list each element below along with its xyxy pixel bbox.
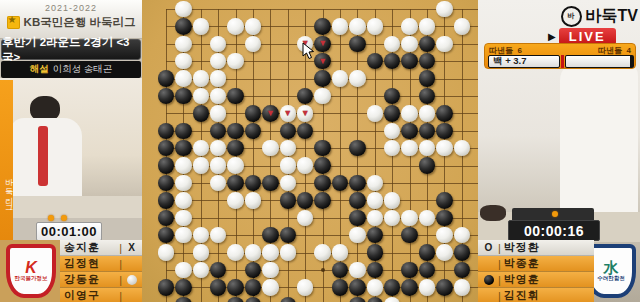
score-panel: 따낸돌 6 따낸돌 4 백 + 3.7 bbox=[484, 43, 636, 69]
left-video-feed bbox=[0, 78, 142, 218]
white-stone bbox=[419, 18, 436, 35]
black-stone-marked: ▼ bbox=[314, 36, 331, 53]
black-stone bbox=[227, 279, 244, 296]
white-stone-marked: ▼ bbox=[280, 105, 297, 122]
player-name: 박정환 bbox=[504, 240, 590, 255]
white-stone bbox=[175, 70, 192, 87]
white-stone bbox=[314, 88, 331, 105]
left-team-initial: K bbox=[25, 261, 37, 275]
white-stone bbox=[419, 279, 436, 296]
byoyomi-dot bbox=[61, 215, 67, 221]
league-logo-block: 2021-2022 KB국민은행 바둑리그 bbox=[0, 0, 142, 39]
black-stone bbox=[175, 18, 192, 35]
byoyomi-dot bbox=[552, 211, 558, 217]
black-stone bbox=[314, 157, 331, 174]
go-board[interactable]: ▼▼▼▼▼▼ bbox=[142, 0, 478, 302]
black-stone bbox=[314, 192, 331, 209]
live-arrow-icon: ▶ bbox=[548, 31, 556, 42]
white-stone bbox=[193, 157, 210, 174]
black-stone-marked: ▼ bbox=[262, 105, 279, 122]
black-stone bbox=[193, 105, 210, 122]
black-stone bbox=[349, 210, 366, 227]
left-clock: 00:01:00 bbox=[36, 222, 102, 241]
left-column: 2021-2022 KB국민은행 바둑리그 후반기 2라운드 2경기 <3국> … bbox=[0, 0, 142, 302]
black-stone bbox=[436, 210, 453, 227]
white-stone bbox=[175, 227, 192, 244]
player-name: 송지훈 bbox=[64, 240, 116, 255]
black-stone bbox=[280, 123, 297, 140]
result-mark: X bbox=[125, 242, 138, 253]
black-stone bbox=[227, 123, 244, 140]
right-desk-object bbox=[480, 205, 506, 221]
roster-row: |김진휘 bbox=[478, 288, 594, 302]
white-stone bbox=[401, 105, 418, 122]
roster-row: 강동윤| bbox=[60, 272, 142, 288]
roster-row: O|박정환 bbox=[478, 240, 594, 256]
black-stone bbox=[349, 279, 366, 296]
black-stone bbox=[401, 262, 418, 279]
black-stone bbox=[454, 244, 471, 261]
white-stone bbox=[245, 192, 262, 209]
white-stone bbox=[314, 244, 331, 261]
player-name: 박영훈 bbox=[504, 272, 590, 287]
roster-separator: | bbox=[498, 242, 501, 254]
right-team-name: 수려한합천 bbox=[597, 275, 625, 282]
white-stone bbox=[401, 18, 418, 35]
roster-separator: | bbox=[119, 242, 122, 254]
black-stone bbox=[227, 88, 244, 105]
right-team-initial: 水 bbox=[604, 261, 619, 275]
triangle-mark: ▼ bbox=[301, 109, 310, 118]
black-stone bbox=[262, 175, 279, 192]
roster-row: |박영훈 bbox=[478, 272, 594, 288]
white-stone bbox=[436, 140, 453, 157]
white-stone bbox=[262, 244, 279, 261]
white-stone-icon bbox=[125, 274, 138, 285]
roster-separator: | bbox=[498, 290, 501, 302]
white-stone bbox=[419, 105, 436, 122]
white-stone bbox=[175, 262, 192, 279]
white-stone bbox=[227, 18, 244, 35]
white-stone bbox=[262, 279, 279, 296]
score-estimate-secondary bbox=[565, 55, 634, 68]
black-stone bbox=[280, 192, 297, 209]
roster-row: 이영구| bbox=[60, 288, 142, 302]
score-divider bbox=[561, 55, 564, 68]
black-stone bbox=[175, 279, 192, 296]
channel-logo: 바 바둑TV bbox=[520, 5, 638, 27]
channel-name: 바둑TV bbox=[586, 6, 638, 27]
white-stone bbox=[280, 244, 297, 261]
white-stone bbox=[245, 244, 262, 261]
black-stone bbox=[367, 244, 384, 261]
roster-separator: | bbox=[498, 274, 501, 286]
triangle-mark: ▼ bbox=[318, 39, 327, 48]
black-stone bbox=[436, 123, 453, 140]
roster-separator: | bbox=[119, 274, 122, 286]
white-stone bbox=[210, 105, 227, 122]
black-stone bbox=[245, 279, 262, 296]
black-stone bbox=[297, 192, 314, 209]
white-stone bbox=[401, 210, 418, 227]
white-stone bbox=[349, 227, 366, 244]
kb-star-icon bbox=[7, 16, 20, 29]
white-stone bbox=[367, 105, 384, 122]
league-years: 2021-2022 bbox=[0, 3, 142, 13]
white-stone bbox=[332, 18, 349, 35]
white-stone bbox=[175, 36, 192, 53]
white-stone bbox=[193, 244, 210, 261]
white-stone bbox=[436, 227, 453, 244]
white-stone bbox=[193, 70, 210, 87]
black-stone bbox=[245, 105, 262, 122]
black-stone bbox=[349, 175, 366, 192]
commentary-bar: 해설 이희성 송태곤 bbox=[1, 61, 141, 78]
black-stone bbox=[158, 192, 175, 209]
white-stone bbox=[175, 210, 192, 227]
white-stone bbox=[349, 70, 366, 87]
white-stone bbox=[175, 53, 192, 70]
white-stone bbox=[384, 192, 401, 209]
white-stone bbox=[367, 18, 384, 35]
roster-separator: | bbox=[119, 258, 122, 270]
black-stone bbox=[419, 157, 436, 174]
league-title: KB국민은행 바둑리그 bbox=[24, 15, 136, 30]
black-stone bbox=[349, 192, 366, 209]
player-name: 강동윤 bbox=[64, 272, 116, 287]
white-stone bbox=[367, 192, 384, 209]
left-byoyomi-dots bbox=[48, 215, 67, 221]
black-stone bbox=[349, 36, 366, 53]
white-stone bbox=[367, 210, 384, 227]
player-name: 김진휘 bbox=[504, 288, 590, 302]
black-stone bbox=[314, 18, 331, 35]
left-player-jacket-stripe bbox=[38, 126, 48, 186]
white-stone bbox=[367, 279, 384, 296]
black-stone bbox=[332, 279, 349, 296]
white-stone bbox=[332, 244, 349, 261]
black-stone bbox=[349, 140, 366, 157]
left-team-logo: K 한국물가정보 bbox=[6, 244, 56, 298]
white-stone bbox=[454, 279, 471, 296]
white-stone bbox=[454, 18, 471, 35]
white-stone bbox=[193, 18, 210, 35]
black-stone bbox=[401, 123, 418, 140]
broadcast-screen: 2021-2022 KB국민은행 바둑리그 후반기 2라운드 2경기 <3국> … bbox=[0, 0, 640, 302]
black-stone bbox=[158, 70, 175, 87]
commentary-names: 이희성 송태곤 bbox=[53, 63, 113, 76]
white-stone bbox=[175, 157, 192, 174]
roster-row: 송지훈|X bbox=[60, 240, 142, 256]
white-stone-marked: ▼ bbox=[297, 105, 314, 122]
roster-separator: | bbox=[119, 290, 122, 302]
black-stone bbox=[314, 70, 331, 87]
white-stone bbox=[436, 1, 453, 18]
white-stone bbox=[436, 36, 453, 53]
black-stone bbox=[227, 175, 244, 192]
right-player-body bbox=[560, 62, 638, 212]
white-stone bbox=[227, 157, 244, 174]
black-stone bbox=[175, 123, 192, 140]
black-stone bbox=[158, 279, 175, 296]
left-team-name: 한국물가정보 bbox=[15, 275, 48, 282]
black-stone bbox=[401, 279, 418, 296]
channel-circle-icon: 바 bbox=[561, 6, 582, 27]
white-stone bbox=[262, 140, 279, 157]
triangle-mark: ▼ bbox=[283, 109, 292, 118]
triangle-mark: ▼ bbox=[301, 39, 310, 48]
triangle-mark: ▼ bbox=[266, 109, 275, 118]
left-roster: 송지훈|X김정현|강동윤|이영구| bbox=[60, 240, 142, 302]
black-stone bbox=[262, 227, 279, 244]
black-stone bbox=[419, 244, 436, 261]
white-stone bbox=[262, 262, 279, 279]
commentary-label: 해설 bbox=[30, 63, 49, 76]
roster-separator: | bbox=[498, 258, 501, 270]
score-estimate: 백 + 3.7 bbox=[488, 55, 560, 68]
black-stone bbox=[419, 70, 436, 87]
byoyomi-dot bbox=[48, 215, 54, 221]
result-mark: O bbox=[482, 242, 495, 253]
white-stone bbox=[349, 18, 366, 35]
white-stone bbox=[332, 70, 349, 87]
white-stone bbox=[227, 192, 244, 209]
triangle-mark: ▼ bbox=[318, 57, 327, 66]
white-stone bbox=[280, 157, 297, 174]
black-stone bbox=[384, 279, 401, 296]
black-stone bbox=[436, 192, 453, 209]
black-stone-icon bbox=[482, 274, 495, 285]
white-stone bbox=[401, 36, 418, 53]
white-stone bbox=[158, 244, 175, 261]
black-stone bbox=[314, 175, 331, 192]
white-stone bbox=[175, 192, 192, 209]
black-stone bbox=[384, 105, 401, 122]
white-stone bbox=[297, 279, 314, 296]
black-stone bbox=[210, 279, 227, 296]
white-stone bbox=[175, 1, 192, 18]
white-stone bbox=[436, 244, 453, 261]
white-stone bbox=[175, 175, 192, 192]
white-stone bbox=[245, 18, 262, 35]
right-roster: O|박정환|박종훈|박영훈|김진휘 bbox=[478, 240, 594, 302]
black-stone bbox=[436, 279, 453, 296]
roster-row: |박종훈 bbox=[478, 256, 594, 272]
star-point bbox=[321, 268, 325, 272]
black-stone bbox=[175, 88, 192, 105]
match-info-bar: 후반기 2라운드 2경기 <3국> bbox=[1, 39, 141, 60]
roster-row: 김정현| bbox=[60, 256, 142, 272]
left-table bbox=[0, 196, 142, 218]
black-stone bbox=[436, 105, 453, 122]
player-name: 김정현 bbox=[64, 256, 116, 271]
player-name: 박종훈 bbox=[504, 256, 590, 271]
right-clock: 00:00:16 bbox=[508, 220, 600, 241]
white-stone bbox=[349, 262, 366, 279]
white-stone bbox=[227, 244, 244, 261]
player-name: 이영구 bbox=[64, 288, 116, 302]
right-byoyomi-dots bbox=[552, 211, 558, 217]
black-stone bbox=[158, 157, 175, 174]
black-stone bbox=[175, 140, 192, 157]
